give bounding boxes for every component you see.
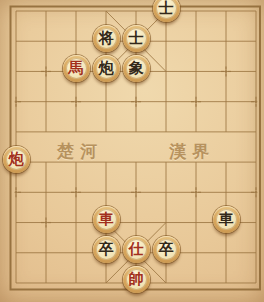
piece-red-advisor[interactable]: 仕 <box>123 236 150 263</box>
piece-black-cannon[interactable]: 炮 <box>93 55 120 82</box>
piece-red-cannon[interactable]: 炮 <box>3 146 30 173</box>
piece-black-advisor-1[interactable]: 士 <box>153 0 180 22</box>
piece-label: 炮 <box>93 55 120 82</box>
piece-label: 車 <box>213 206 240 233</box>
piece-black-soldier-1[interactable]: 卒 <box>93 236 120 263</box>
xiangqi-board: 楚河 漢界 士将士馬炮象炮車車卒仕卒帥 <box>0 0 264 302</box>
piece-black-chariot[interactable]: 車 <box>213 206 240 233</box>
piece-label: 仕 <box>123 236 150 263</box>
piece-label: 象 <box>123 55 150 82</box>
piece-label: 士 <box>153 0 180 22</box>
piece-label: 帥 <box>123 266 150 293</box>
piece-red-horse[interactable]: 馬 <box>63 55 90 82</box>
piece-black-advisor-2[interactable]: 士 <box>123 25 150 52</box>
piece-label: 卒 <box>93 236 120 263</box>
piece-label: 馬 <box>63 55 90 82</box>
piece-label: 将 <box>93 25 120 52</box>
piece-label: 炮 <box>3 146 30 173</box>
piece-black-elephant[interactable]: 象 <box>123 55 150 82</box>
piece-label: 士 <box>123 25 150 52</box>
piece-black-general[interactable]: 将 <box>93 25 120 52</box>
board-grid: 士将士馬炮象炮車車卒仕卒帥 <box>1 0 264 298</box>
piece-red-chariot[interactable]: 車 <box>93 206 120 233</box>
piece-label: 車 <box>93 206 120 233</box>
piece-label: 卒 <box>153 236 180 263</box>
piece-black-soldier-2[interactable]: 卒 <box>153 236 180 263</box>
piece-red-general[interactable]: 帥 <box>123 266 150 293</box>
